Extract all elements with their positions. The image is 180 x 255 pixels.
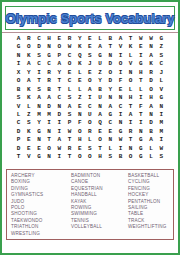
grid-cell[interactable]: C [64, 52, 74, 60]
grid-cell[interactable]: E [136, 43, 146, 51]
grid-cell[interactable]: Y [54, 69, 64, 77]
grid-cell[interactable]: O [75, 153, 85, 161]
grid-cell[interactable]: H [136, 69, 146, 77]
grid-cell[interactable]: M [156, 128, 166, 136]
grid-cell[interactable]: T [136, 77, 146, 85]
grid-cell[interactable]: S [64, 94, 74, 102]
grid-cell[interactable]: Y [34, 119, 44, 127]
grid-cell[interactable]: N [54, 103, 64, 111]
grid-cell[interactable]: F [136, 103, 146, 111]
grid-cell[interactable]: A [24, 60, 34, 68]
word-item: VOLLEYBALL [71, 224, 128, 230]
grid-cell[interactable]: D [44, 103, 54, 111]
grid-cell[interactable]: T [64, 136, 74, 144]
grid-cell[interactable]: N [34, 136, 44, 144]
grid-cell[interactable]: G [136, 136, 146, 144]
word-item: WEIGHTLIFTING [128, 224, 173, 230]
grid-cell[interactable]: G [34, 128, 44, 136]
grid-cell[interactable]: R [24, 35, 34, 43]
grid-cell[interactable]: U [95, 60, 105, 68]
grid-cell[interactable]: C [64, 77, 74, 85]
grid-cell[interactable]: A [85, 86, 95, 94]
grid-cell[interactable]: E [24, 145, 34, 153]
grid-cell[interactable]: C [44, 60, 54, 68]
grid-cell[interactable]: W [136, 35, 146, 43]
grid-cell[interactable]: M [34, 111, 44, 119]
title-box: Olympic Sports Vocabulary [5, 6, 175, 30]
grid-cell[interactable]: V [24, 153, 34, 161]
grid-cell[interactable]: K [24, 52, 34, 60]
grid-cell[interactable]: D [34, 43, 44, 51]
grid-cell[interactable]: A [146, 103, 156, 111]
grid-cell[interactable]: J [156, 69, 166, 77]
grid-cell[interactable]: E [54, 35, 64, 43]
grid-cell[interactable]: D [105, 77, 115, 85]
grid-cell[interactable]: X [14, 69, 24, 77]
grid-cell[interactable]: I [136, 52, 146, 60]
grid-cell[interactable]: D [146, 77, 156, 85]
grid-cell[interactable]: N [126, 69, 136, 77]
grid-cell[interactable]: Z [156, 43, 166, 51]
grid-cell[interactable]: G [14, 43, 24, 51]
grid-cell[interactable]: K [75, 43, 85, 51]
grid-cell[interactable]: C [156, 60, 166, 68]
grid-cell[interactable]: V [14, 103, 24, 111]
grid-cell[interactable]: V [156, 86, 166, 94]
grid-cell[interactable]: L [85, 136, 95, 144]
grid-cell[interactable]: O [126, 77, 136, 85]
grid-cell[interactable]: D [105, 60, 115, 68]
grid-cell[interactable]: M [44, 111, 54, 119]
grid-cell[interactable]: A [95, 111, 105, 119]
grid-cell[interactable]: S [156, 153, 166, 161]
grid-cell[interactable]: E [95, 128, 105, 136]
grid-cell[interactable]: R [64, 35, 74, 43]
grid-cell[interactable]: G [34, 153, 44, 161]
grid-cell[interactable]: H [95, 153, 105, 161]
grid-cell[interactable]: I [54, 128, 64, 136]
grid-cell[interactable]: N [75, 111, 85, 119]
grid-cell[interactable]: N [146, 43, 156, 51]
grid-cell[interactable]: I [136, 119, 146, 127]
grid-cell[interactable]: W [54, 145, 64, 153]
grid-cell[interactable]: O [85, 77, 95, 85]
grid-cell[interactable]: T [95, 145, 105, 153]
grid-cell[interactable]: O [126, 153, 136, 161]
grid-cell[interactable]: L [64, 86, 74, 94]
grid-cell[interactable]: C [14, 119, 24, 127]
grid-cell[interactable]: N [44, 153, 54, 161]
grid-cell[interactable]: O [75, 128, 85, 136]
grid-cell[interactable]: A [24, 77, 34, 85]
grid-cell[interactable]: G [95, 52, 105, 60]
grid-cell[interactable]: T [14, 153, 24, 161]
grid-cell[interactable]: S [14, 94, 24, 102]
grid-cell[interactable]: R [146, 69, 156, 77]
grid-cell[interactable]: T [54, 77, 64, 85]
grid-cell[interactable]: S [24, 119, 34, 127]
grid-cell[interactable]: S [85, 52, 95, 60]
grid-cell[interactable]: B [95, 86, 105, 94]
page-title: Olympic Sports Vocabulary [6, 11, 175, 26]
grid-cell[interactable]: V [126, 60, 136, 68]
grid-cell[interactable]: E [75, 77, 85, 85]
grid-cell[interactable]: T [126, 35, 136, 43]
grid-cell[interactable]: E [105, 128, 115, 136]
grid-cell[interactable]: K [146, 60, 156, 68]
grid-cell[interactable]: T [54, 86, 64, 94]
grid-cell[interactable]: L [126, 52, 136, 60]
grid-cell[interactable]: Z [24, 111, 34, 119]
grid-cell[interactable]: E [75, 145, 85, 153]
grid-cell[interactable]: I [115, 111, 125, 119]
grid-cell[interactable]: L [105, 145, 115, 153]
grid-cell[interactable]: M [156, 119, 166, 127]
grid-cell[interactable]: I [54, 119, 64, 127]
grid-cell[interactable]: D [54, 111, 64, 119]
grid-cell[interactable]: P [54, 52, 64, 60]
grid-cell[interactable]: N [115, 119, 125, 127]
grid-cell[interactable]: K [126, 43, 136, 51]
grid-cell[interactable]: T [64, 153, 74, 161]
grid-cell[interactable]: D [14, 128, 24, 136]
grid-cell[interactable]: O [85, 153, 95, 161]
grid-cell[interactable]: G [44, 52, 54, 60]
grid-cell[interactable]: U [85, 111, 95, 119]
grid-cell[interactable]: W [115, 136, 125, 144]
grid-cell[interactable]: O [54, 43, 64, 51]
word-search-grid: ARCHERYELBATWWGGODNOWKEATVKENZNKSGPCQSGN… [14, 35, 167, 162]
grid-cell[interactable]: R [64, 145, 74, 153]
grid-cell[interactable]: W [64, 128, 74, 136]
grid-cell[interactable]: G [136, 60, 146, 68]
grid-cell[interactable]: T [34, 77, 44, 85]
grid-cell[interactable]: G [156, 94, 166, 102]
grid-cell[interactable]: H [126, 94, 136, 102]
grid-cell[interactable]: N [115, 94, 125, 102]
grid-cell[interactable]: O [146, 86, 156, 94]
grid-cell[interactable]: G [156, 35, 166, 43]
grid-cell[interactable]: E [85, 69, 95, 77]
grid-cell[interactable]: C [34, 60, 44, 68]
grid-cell[interactable]: U [95, 94, 105, 102]
grid-cell[interactable]: I [115, 145, 125, 153]
grid-cell[interactable]: K [75, 60, 85, 68]
grid-cell[interactable]: Y [75, 35, 85, 43]
grid-cell[interactable]: T [44, 136, 54, 144]
grid-cell[interactable]: S [64, 111, 74, 119]
grid-cell[interactable]: B [44, 86, 54, 94]
grid-cell[interactable]: A [115, 35, 125, 43]
grid-cell[interactable]: N [105, 94, 115, 102]
grid-cell[interactable]: A [44, 94, 54, 102]
grid-cell[interactable]: A [105, 103, 115, 111]
grid-cell[interactable]: R [44, 77, 54, 85]
grid-cell[interactable]: N [44, 128, 54, 136]
grid-cell[interactable]: I [156, 111, 166, 119]
grid-cell[interactable]: E [75, 103, 85, 111]
grid-cell[interactable]: L [95, 35, 105, 43]
grid-cell[interactable]: G [136, 145, 146, 153]
grid-cell[interactable]: O [95, 136, 105, 144]
grid-cell[interactable]: R [44, 69, 54, 77]
grid-cell[interactable]: N [44, 43, 54, 51]
grid-cell[interactable]: I [156, 136, 166, 144]
grid-cell[interactable]: W [146, 35, 156, 43]
grid-cell[interactable]: N [146, 111, 156, 119]
grid-cell[interactable]: T [136, 111, 146, 119]
grid-cell[interactable]: S [34, 86, 44, 94]
grid-cell[interactable]: B [146, 128, 156, 136]
grid-cell[interactable]: O [85, 119, 95, 127]
grid-cell[interactable]: E [115, 86, 125, 94]
grid-cell[interactable]: I [14, 60, 24, 68]
grid-cell[interactable]: A [54, 136, 64, 144]
grid-cell[interactable]: A [146, 136, 156, 144]
grid-cell[interactable]: H [146, 94, 156, 102]
grid-cell[interactable]: I [115, 52, 125, 60]
grid-cell[interactable]: L [14, 111, 24, 119]
grid-cell[interactable]: W [156, 145, 166, 153]
grid-cell[interactable]: N [14, 52, 24, 60]
grid-cell[interactable]: R [85, 128, 95, 136]
grid-cell[interactable]: O [14, 77, 24, 85]
grid-cell[interactable]: S [156, 52, 166, 60]
grid-cell[interactable]: R [126, 128, 136, 136]
grid-cell[interactable]: L [146, 145, 156, 153]
grid-cell[interactable]: F [75, 119, 85, 127]
grid-cell[interactable]: T [105, 43, 115, 51]
grid-cell[interactable]: B [115, 153, 125, 161]
grid-cell[interactable]: A [14, 35, 24, 43]
grid-cell[interactable]: K [24, 128, 34, 136]
grid-cell[interactable]: E [24, 136, 34, 144]
grid-cell[interactable]: C [115, 103, 125, 111]
grid-cell[interactable]: E [85, 35, 95, 43]
grid-cell[interactable]: S [34, 52, 44, 60]
grid-cell[interactable]: L [136, 86, 146, 94]
grid-cell[interactable]: Q [95, 119, 105, 127]
grid-cell[interactable]: N [95, 103, 105, 111]
grid-cell[interactable]: P [64, 119, 74, 127]
grid-cell[interactable]: A [64, 103, 74, 111]
grid-cell[interactable]: L [146, 153, 156, 161]
grid-cell[interactable]: A [126, 111, 136, 119]
grid-cell[interactable]: W [64, 43, 74, 51]
grid-cell[interactable]: H [44, 35, 54, 43]
word-list-box: ARCHERYBADMINTONBASKETBALLBOXINGCANOECYC… [6, 169, 174, 240]
grid-cell[interactable]: N [156, 103, 166, 111]
grid-cell[interactable]: C [34, 35, 44, 43]
grid-cell[interactable]: S [105, 153, 115, 161]
grid-cell[interactable]: H [75, 136, 85, 144]
word-list: ARCHERYBADMINTONBASKETBALLBOXINGCANOECYC… [11, 173, 173, 237]
grid-cell[interactable]: L [24, 103, 34, 111]
grid-cell[interactable]: P [14, 136, 24, 144]
grid-cell[interactable]: E [64, 69, 74, 77]
grid-cell[interactable]: D [146, 119, 156, 127]
grid-cell[interactable]: I [54, 153, 64, 161]
grid-cell[interactable]: T [126, 103, 136, 111]
grid-cell[interactable]: S [85, 145, 95, 153]
grid-cell[interactable]: K [24, 94, 34, 102]
grid-cell[interactable]: D [14, 145, 24, 153]
grid-cell[interactable]: T [126, 136, 136, 144]
grid-cell[interactable]: I [136, 94, 146, 102]
grid-cell[interactable]: N [136, 128, 146, 136]
grid-cell[interactable]: L [75, 86, 85, 94]
grid-cell[interactable]: I [126, 119, 136, 127]
grid-cell[interactable]: Q [75, 52, 85, 60]
grid-cell[interactable]: A [34, 94, 44, 102]
grid-cell[interactable]: O [115, 60, 125, 68]
grid-cell[interactable]: L [126, 86, 136, 94]
grid-cell[interactable]: E [34, 145, 44, 153]
grid-cell[interactable]: V [115, 43, 125, 51]
worksheet-page: { "game": "word-search", "header": { "ti… [0, 0, 180, 255]
grid-cell[interactable]: C [85, 103, 95, 111]
grid-cell[interactable]: J [85, 60, 95, 68]
grid-cell[interactable]: A [54, 60, 64, 68]
grid-cell[interactable]: A [95, 43, 105, 51]
grid-cell[interactable]: N [34, 103, 44, 111]
word-item: WRESTLING [11, 231, 71, 237]
grid-cell[interactable]: N [105, 136, 115, 144]
grid-cell[interactable]: Z [75, 94, 85, 102]
grid-cell[interactable]: Z [95, 69, 105, 77]
grid-cell[interactable]: N [126, 145, 136, 153]
grid-cell[interactable]: G [105, 111, 115, 119]
grid-cell[interactable]: I [44, 119, 54, 127]
grid-cell[interactable]: I [34, 69, 44, 77]
grid-cell[interactable]: C [54, 94, 64, 102]
grid-cell[interactable]: K [24, 86, 34, 94]
grid-cell[interactable]: O [24, 43, 34, 51]
divider-line [2, 32, 178, 33]
grid-cell[interactable]: O [105, 69, 115, 77]
grid-cell[interactable]: E [85, 43, 95, 51]
grid-cell[interactable]: Y [105, 86, 115, 94]
grid-cell[interactable]: C [105, 119, 115, 127]
grid-cell[interactable]: Y [95, 77, 105, 85]
grid-cell[interactable]: O [64, 60, 74, 68]
grid-cell[interactable]: F [115, 77, 125, 85]
grid-cell[interactable]: B [105, 35, 115, 43]
grid-cell[interactable]: L [75, 69, 85, 77]
grid-cell[interactable]: Y [24, 69, 34, 77]
grid-cell[interactable]: I [85, 94, 95, 102]
grid-cell[interactable]: O [44, 145, 54, 153]
grid-cell[interactable]: N [105, 52, 115, 60]
grid-cell[interactable]: I [115, 69, 125, 77]
grid-cell[interactable]: G [115, 128, 125, 136]
grid-cell[interactable]: B [14, 86, 24, 94]
grid-cell[interactable]: G [136, 153, 146, 161]
grid-cell[interactable]: L [156, 77, 166, 85]
grid-cell[interactable]: A [146, 52, 156, 60]
